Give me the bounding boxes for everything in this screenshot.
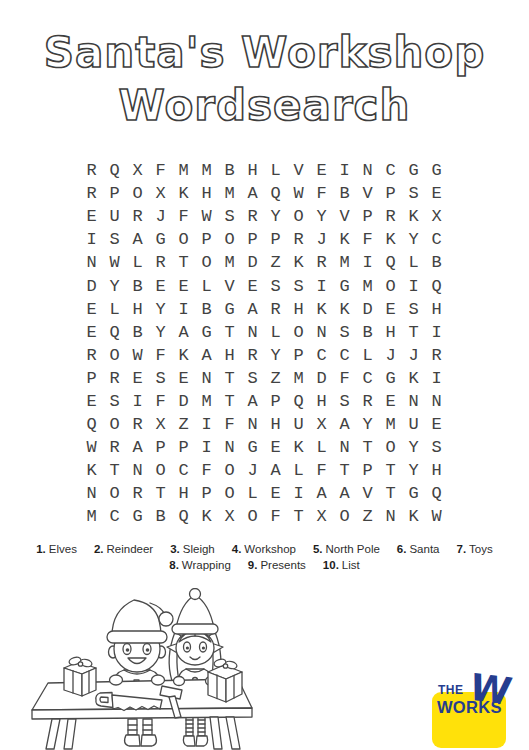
grid-cell-r9c4: F — [149, 344, 172, 367]
grid-cell-r16c11: X — [310, 505, 333, 528]
grid-cell-r9c15: J — [402, 344, 425, 367]
grid-cell-r5c4: R — [149, 251, 172, 274]
girl-elf-hat-pompom — [190, 589, 201, 600]
word-number: 7. — [457, 543, 467, 555]
grid-cell-r12c11: X — [310, 413, 333, 436]
grid-cell-r5c14: Q — [379, 251, 402, 274]
grid-cell-r1c12: I — [333, 159, 356, 182]
grid-cell-r6c9: S — [264, 274, 287, 297]
grid-cell-r2c8: A — [241, 182, 264, 205]
grid-cell-r2c13: V — [356, 182, 379, 205]
word-item-wrapping: 8.Wrapping — [169, 559, 231, 571]
grid-cell-r10c9: Z — [264, 367, 287, 390]
grid-cell-r4c4: G — [149, 228, 172, 251]
grid-cell-r4c7: O — [218, 228, 241, 251]
grid-cell-r14c16: H — [425, 459, 448, 482]
boy-elf-mitten-right — [152, 675, 165, 685]
grid-cell-r16c7: X — [218, 505, 241, 528]
grid-cell-r10c3: E — [126, 367, 149, 390]
word-item-list: 10.List — [323, 559, 360, 571]
grid-cell-r3c7: S — [218, 205, 241, 228]
grid-cell-r13c9: E — [264, 436, 287, 459]
grid-cell-r14c5: C — [172, 459, 195, 482]
grid-cell-r1c7: B — [218, 159, 241, 182]
grid-cell-r14c7: O — [218, 459, 241, 482]
grid-cell-r15c10: I — [287, 482, 310, 505]
grid-cell-r8c16: I — [425, 321, 448, 344]
grid-cell-r16c10: T — [287, 505, 310, 528]
grid-cell-r15c12: A — [333, 482, 356, 505]
word-item-santa: 6.Santa — [397, 543, 440, 555]
grid-cell-r2c3: O — [126, 182, 149, 205]
grid-cell-r2c9: Q — [264, 182, 287, 205]
word-item-north-pole: 5.North Pole — [313, 543, 380, 555]
grid-cell-r6c3: B — [126, 274, 149, 297]
grid-cell-r15c4: T — [149, 482, 172, 505]
grid-cell-r10c5: E — [172, 367, 195, 390]
grid-cell-r16c2: C — [103, 505, 126, 528]
grid-cell-r15c16: Q — [425, 482, 448, 505]
table-leg — [64, 719, 76, 749]
word-item-sleigh: 3.Sleigh — [170, 543, 215, 555]
grid-cell-r2c15: S — [402, 182, 425, 205]
grid-cell-r12c2: O — [103, 413, 126, 436]
grid-cell-r15c2: O — [103, 482, 126, 505]
grid-cell-r6c7: V — [218, 274, 241, 297]
grid-cell-r3c1: E — [80, 205, 103, 228]
grid-cell-r5c11: R — [310, 251, 333, 274]
grid-cell-r11c3: I — [126, 390, 149, 413]
grid-cell-r16c9: F — [264, 505, 287, 528]
grid-cell-r13c1: W — [80, 436, 103, 459]
grid-cell-r6c11: I — [310, 274, 333, 297]
grid-cell-r2c6: H — [195, 182, 218, 205]
grid-cell-r3c5: F — [172, 205, 195, 228]
grid-cell-r11c6: M — [195, 390, 218, 413]
grid-cell-r14c3: N — [126, 459, 149, 482]
grid-cell-r8c6: G — [195, 321, 218, 344]
girl-elf-boot-right — [196, 736, 208, 746]
grid-cell-r7c16: H — [425, 298, 448, 321]
grid-cell-r6c14: O — [379, 274, 402, 297]
grid-cell-r9c14: J — [379, 344, 402, 367]
grid-cell-r1c10: V — [287, 159, 310, 182]
grid-cell-r3c3: R — [126, 205, 149, 228]
girl-elf-boot-left — [183, 736, 195, 746]
grid-cell-r5c15: L — [402, 251, 425, 274]
grid-cell-r5c8: D — [241, 251, 264, 274]
grid-cell-r2c5: K — [172, 182, 195, 205]
grid-cell-r15c1: N — [80, 482, 103, 505]
grid-cell-r8c10: O — [287, 321, 310, 344]
grid-cell-r9c8: R — [241, 344, 264, 367]
grid-cell-r16c16: W — [425, 505, 448, 528]
word-label: Santa — [409, 543, 439, 555]
grid-cell-r5c13: I — [356, 251, 379, 274]
grid-cell-r15c5: H — [172, 482, 195, 505]
grid-cell-r16c15: K — [402, 505, 425, 528]
logo-text-the: THE — [438, 683, 464, 697]
grid-cell-r4c1: I — [80, 228, 103, 251]
word-item-presents: 9.Presents — [248, 559, 306, 571]
grid-cell-r16c6: K — [195, 505, 218, 528]
logo-w-mark: W — [465, 666, 515, 713]
grid-cell-r3c2: U — [103, 205, 126, 228]
grid-cell-r9c6: A — [195, 344, 218, 367]
grid-cell-r2c4: X — [149, 182, 172, 205]
grid-cell-r5c9: Z — [264, 251, 287, 274]
grid-cell-r7c12: K — [333, 298, 356, 321]
page-title: Santa's Workshop Wordsearch — [0, 26, 529, 132]
grid-cell-r10c12: F — [333, 367, 356, 390]
grid-cell-r12c14: M — [379, 413, 402, 436]
grid-cell-r7c14: E — [379, 298, 402, 321]
grid-cell-r3c14: R — [379, 205, 402, 228]
grid-cell-r2c10: W — [287, 182, 310, 205]
grid-cell-r8c1: E — [80, 321, 103, 344]
grid-cell-r14c12: T — [333, 459, 356, 482]
grid-cell-r13c15: Y — [402, 436, 425, 459]
elves-illustration — [16, 588, 312, 750]
grid-cell-r5c7: M — [218, 251, 241, 274]
grid-cell-r8c12: S — [333, 321, 356, 344]
grid-cell-r11c10: Q — [287, 390, 310, 413]
word-item-toys: 7.Toys — [457, 543, 493, 555]
grid-cell-r4c3: A — [126, 228, 149, 251]
grid-cell-r9c9: Y — [264, 344, 287, 367]
grid-cell-r4c2: S — [103, 228, 126, 251]
grid-cell-r8c9: L — [264, 321, 287, 344]
grid-cell-r8c13: B — [356, 321, 379, 344]
word-label: Sleigh — [183, 543, 215, 555]
grid-cell-r13c6: I — [195, 436, 218, 459]
grid-cell-r1c1: R — [80, 159, 103, 182]
title-line-2: Wordsearch — [0, 79, 529, 132]
grid-cell-r1c6: M — [195, 159, 218, 182]
grid-cell-r7c13: D — [356, 298, 379, 321]
grid-cell-r11c13: R — [356, 390, 379, 413]
grid-cell-r11c5: D — [172, 390, 195, 413]
grid-cell-r11c16: N — [425, 390, 448, 413]
grid-cell-r13c10: K — [287, 436, 310, 459]
grid-cell-r6c5: E — [172, 274, 195, 297]
grid-cell-r10c8: S — [241, 367, 264, 390]
grid-cell-r7c11: K — [310, 298, 333, 321]
gift-left-bow — [78, 662, 82, 666]
grid-cell-r1c4: F — [149, 159, 172, 182]
boy-elf-hat-brim — [107, 631, 167, 643]
grid-cell-r9c11: C — [310, 344, 333, 367]
grid-cell-r16c5: Q — [172, 505, 195, 528]
grid-cell-r15c11: A — [310, 482, 333, 505]
grid-cell-r11c15: N — [402, 390, 425, 413]
word-label: Elves — [49, 543, 77, 555]
grid-cell-r8c14: H — [379, 321, 402, 344]
grid-cell-r10c7: T — [218, 367, 241, 390]
grid-cell-r4c8: P — [241, 228, 264, 251]
grid-cell-r8c5: A — [172, 321, 195, 344]
grid-cell-r12c16: E — [425, 413, 448, 436]
grid-cell-r13c5: P — [172, 436, 195, 459]
grid-cell-r13c12: N — [333, 436, 356, 459]
grid-cell-r7c1: E — [80, 298, 103, 321]
grid-cell-r15c3: R — [126, 482, 149, 505]
grid-cell-r10c2: R — [103, 367, 126, 390]
grid-cell-r3c10: O — [287, 205, 310, 228]
grid-cell-r8c7: T — [218, 321, 241, 344]
grid-cell-r9c5: K — [172, 344, 195, 367]
grid-cell-r3c11: Y — [310, 205, 333, 228]
word-list-line-2: 8.Wrapping9.Presents10.List — [169, 559, 360, 571]
grid-cell-r6c10: S — [287, 274, 310, 297]
grid-cell-r8c4: Y — [149, 321, 172, 344]
grid-cell-r8c3: B — [126, 321, 149, 344]
grid-cell-r7c4: Y — [149, 298, 172, 321]
word-label: North Pole — [326, 543, 380, 555]
boy-elf-hat-pompom — [159, 612, 173, 626]
the-works-logo: THE WORKS W — [428, 672, 520, 750]
grid-cell-r7c8: A — [241, 298, 264, 321]
grid-cell-r9c16: R — [425, 344, 448, 367]
grid-cell-r3c8: R — [241, 205, 264, 228]
grid-cell-r6c8: E — [241, 274, 264, 297]
girl-elf-mitten-left — [174, 677, 185, 686]
grid-cell-r9c2: O — [103, 344, 126, 367]
grid-cell-r3c16: X — [425, 205, 448, 228]
grid-cell-r13c4: P — [149, 436, 172, 459]
grid-cell-r11c14: E — [379, 390, 402, 413]
grid-cell-r10c14: G — [379, 367, 402, 390]
grid-cell-r2c7: M — [218, 182, 241, 205]
grid-cell-r9c10: P — [287, 344, 310, 367]
grid-cell-r16c3: G — [126, 505, 149, 528]
table-leg — [226, 717, 240, 749]
grid-cell-r15c15: G — [402, 482, 425, 505]
grid-cell-r5c16: B — [425, 251, 448, 274]
grid-cell-r13c7: N — [218, 436, 241, 459]
grid-cell-r10c11: D — [310, 367, 333, 390]
grid-cell-r4c13: F — [356, 228, 379, 251]
word-number: 10. — [323, 559, 339, 571]
grid-cell-r9c1: R — [80, 344, 103, 367]
word-number: 4. — [232, 543, 242, 555]
grid-cell-r9c7: H — [218, 344, 241, 367]
grid-cell-r12c5: Z — [172, 413, 195, 436]
grid-cell-r4c5: O — [172, 228, 195, 251]
grid-cell-r8c11: N — [310, 321, 333, 344]
word-item-workshop: 4.Workshop — [232, 543, 296, 555]
word-item-reindeer: 2.Reindeer — [94, 543, 153, 555]
grid-cell-r4c9: P — [264, 228, 287, 251]
grid-cell-r16c8: O — [241, 505, 264, 528]
grid-cell-r13c2: R — [103, 436, 126, 459]
grid-cell-r4c15: Y — [402, 228, 425, 251]
word-number: 2. — [94, 543, 104, 555]
grid-cell-r9c12: C — [333, 344, 356, 367]
grid-cell-r12c1: Q — [80, 413, 103, 436]
grid-cell-r11c12: S — [333, 390, 356, 413]
grid-cell-r14c8: J — [241, 459, 264, 482]
grid-cell-r14c9: A — [264, 459, 287, 482]
grid-cell-r13c16: S — [425, 436, 448, 459]
grid-cell-r5c10: K — [287, 251, 310, 274]
grid-cell-r14c13: P — [356, 459, 379, 482]
grid-cell-r2c16: E — [425, 182, 448, 205]
word-number: 9. — [248, 559, 258, 571]
grid-cell-r4c10: R — [287, 228, 310, 251]
grid-cell-r12c12: A — [333, 413, 356, 436]
grid-cell-r1c14: C — [379, 159, 402, 182]
grid-cell-r14c1: K — [80, 459, 103, 482]
word-number: 3. — [170, 543, 180, 555]
grid-cell-r16c12: O — [333, 505, 356, 528]
word-number: 6. — [397, 543, 407, 555]
grid-cell-r6c2: Y — [103, 274, 126, 297]
grid-cell-r2c11: F — [310, 182, 333, 205]
grid-cell-r4c12: K — [333, 228, 356, 251]
grid-cell-r1c3: X — [126, 159, 149, 182]
word-list: 1.Elves2.Reindeer3.Sleigh4.Workshop5.Nor… — [0, 543, 529, 571]
grid-cell-r13c11: L — [310, 436, 333, 459]
grid-cell-r13c3: A — [126, 436, 149, 459]
grid-cell-r6c6: L — [195, 274, 218, 297]
grid-cell-r1c2: Q — [103, 159, 126, 182]
table-leg — [46, 719, 60, 749]
grid-cell-r1c11: E — [310, 159, 333, 182]
grid-cell-r15c7: O — [218, 482, 241, 505]
grid-cell-r15c6: P — [195, 482, 218, 505]
grid-cell-r13c8: G — [241, 436, 264, 459]
table-leg — [210, 717, 222, 749]
grid-cell-r4c14: K — [379, 228, 402, 251]
grid-cell-r11c8: A — [241, 390, 264, 413]
grid-cell-r1c15: G — [402, 159, 425, 182]
grid-cell-r2c12: B — [333, 182, 356, 205]
grid-cell-r1c5: M — [172, 159, 195, 182]
grid-cell-r7c9: R — [264, 298, 287, 321]
grid-cell-r6c4: E — [149, 274, 172, 297]
grid-cell-r12c13: Y — [356, 413, 379, 436]
word-label: Workshop — [244, 543, 296, 555]
grid-cell-r12c3: R — [126, 413, 149, 436]
grid-cell-r7c2: L — [103, 298, 126, 321]
grid-cell-r4c16: C — [425, 228, 448, 251]
grid-cell-r3c12: V — [333, 205, 356, 228]
grid-cell-r12c7: F — [218, 413, 241, 436]
grid-cell-r10c6: N — [195, 367, 218, 390]
grid-cell-r10c16: I — [425, 367, 448, 390]
grid-cell-r14c15: Y — [402, 459, 425, 482]
table-edge — [32, 708, 252, 719]
word-label: Wrapping — [182, 559, 231, 571]
grid-cell-r12c10: U — [287, 413, 310, 436]
grid-cell-r3c15: K — [402, 205, 425, 228]
grid-cell-r15c13: V — [356, 482, 379, 505]
grid-cell-r16c1: M — [80, 505, 103, 528]
grid-cell-r14c2: T — [103, 459, 126, 482]
grid-cell-r14c14: T — [379, 459, 402, 482]
grid-cell-r5c12: M — [333, 251, 356, 274]
grid-cell-r12c9: H — [264, 413, 287, 436]
grid-cell-r16c13: Z — [356, 505, 379, 528]
word-label: Reindeer — [107, 543, 154, 555]
grid-cell-r12c4: X — [149, 413, 172, 436]
grid-cell-r4c11: J — [310, 228, 333, 251]
grid-cell-r3c6: W — [195, 205, 218, 228]
grid-cell-r9c3: W — [126, 344, 149, 367]
grid-cell-r10c1: P — [80, 367, 103, 390]
grid-cell-r2c2: P — [103, 182, 126, 205]
title-line-1: Santa's Workshop — [0, 26, 529, 79]
grid-cell-r7c10: H — [287, 298, 310, 321]
grid-cell-r1c16: G — [425, 159, 448, 182]
grid-cell-r8c15: T — [402, 321, 425, 344]
grid-cell-r5c2: W — [103, 251, 126, 274]
grid-cell-r15c14: T — [379, 482, 402, 505]
word-label: List — [342, 559, 360, 571]
grid-cell-r12c6: I — [195, 413, 218, 436]
grid-cell-r4c6: P — [195, 228, 218, 251]
word-number: 1. — [36, 543, 46, 555]
grid-cell-r7c15: S — [402, 298, 425, 321]
grid-cell-r3c9: Y — [264, 205, 287, 228]
boy-elf-mitten-left — [110, 675, 123, 685]
grid-cell-r11c7: T — [218, 390, 241, 413]
grid-cell-r15c8: L — [241, 482, 264, 505]
grid-cell-r11c2: S — [103, 390, 126, 413]
grid-cell-r1c13: N — [356, 159, 379, 182]
word-label: Presents — [260, 559, 305, 571]
grid-cell-r13c14: O — [379, 436, 402, 459]
boy-elf-boot-left — [125, 735, 140, 746]
grid-cell-r12c15: U — [402, 413, 425, 436]
word-label: Toys — [469, 543, 493, 555]
grid-cell-r6c16: Q — [425, 274, 448, 297]
grid-cell-r9c13: L — [356, 344, 379, 367]
grid-cell-r11c4: F — [149, 390, 172, 413]
grid-cell-r2c14: P — [379, 182, 402, 205]
word-number: 5. — [313, 543, 323, 555]
grid-cell-r6c15: I — [402, 274, 425, 297]
grid-cell-r7c7: G — [218, 298, 241, 321]
grid-cell-r14c6: F — [195, 459, 218, 482]
grid-cell-r10c13: C — [356, 367, 379, 390]
grid-cell-r8c2: Q — [103, 321, 126, 344]
grid-cell-r13c13: T — [356, 436, 379, 459]
grid-cell-r16c4: B — [149, 505, 172, 528]
girl-elf-hat-brim — [172, 624, 218, 634]
grid-cell-r3c13: P — [356, 205, 379, 228]
grid-cell-r7c5: I — [172, 298, 195, 321]
grid-cell-r14c4: O — [149, 459, 172, 482]
word-item-elves: 1.Elves — [36, 543, 77, 555]
grid-cell-r8c8: N — [241, 321, 264, 344]
word-list-line-1: 1.Elves2.Reindeer3.Sleigh4.Workshop5.Nor… — [36, 543, 493, 555]
wordsearch-grid: RQXFMMBHLVEINCGGRPOXKHMAQWFBVPSEEURJFWSR… — [80, 159, 448, 529]
boy-elf-boot-right — [141, 735, 156, 746]
grid-cell-r2c1: R — [80, 182, 103, 205]
grid-cell-r3c4: J — [149, 205, 172, 228]
grid-cell-r14c10: L — [287, 459, 310, 482]
grid-cell-r14c11: F — [310, 459, 333, 482]
word-number: 8. — [169, 559, 179, 571]
grid-cell-r11c11: H — [310, 390, 333, 413]
grid-cell-r5c5: T — [172, 251, 195, 274]
grid-cell-r1c9: L — [264, 159, 287, 182]
grid-cell-r10c4: S — [149, 367, 172, 390]
grid-cell-r11c9: P — [264, 390, 287, 413]
grid-cell-r7c6: B — [195, 298, 218, 321]
